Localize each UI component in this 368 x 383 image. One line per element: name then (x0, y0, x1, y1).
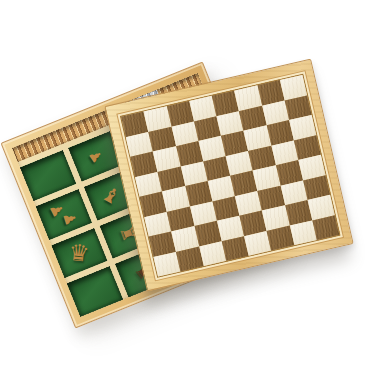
board-grid (120, 74, 341, 278)
compartment-r4c1 (67, 267, 123, 317)
product-photo-scene: ♟♟♟♟♝♜♛♜♞♞♜♞♟ (0, 0, 368, 383)
board-square-r8c8 (312, 215, 339, 240)
white-pawn-piece: ♟ (86, 147, 105, 165)
white-bishop-piece: ♝ (98, 182, 124, 208)
white-pawn-piece: ♟ (60, 211, 78, 228)
white-queen-piece: ♛ (68, 241, 91, 266)
